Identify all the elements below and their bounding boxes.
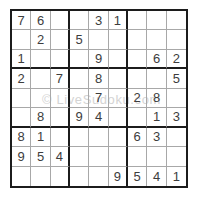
cell-r1c3-empty[interactable] <box>51 11 70 30</box>
cell-r3c2-empty[interactable] <box>31 50 50 69</box>
cell-r4c9-given[interactable]: 5 <box>167 69 186 88</box>
cell-r5c5-given[interactable]: 7 <box>89 89 108 108</box>
cell-r6c6-empty[interactable] <box>109 108 128 127</box>
cell-r2c3-empty[interactable] <box>51 30 70 49</box>
cell-r1c5-given[interactable]: 3 <box>89 11 108 30</box>
cell-r2c2-given[interactable]: 2 <box>31 30 50 49</box>
cell-r8c7-empty[interactable] <box>128 147 147 166</box>
cell-r9c2-empty[interactable] <box>31 167 50 186</box>
cell-r8c5-empty[interactable] <box>89 147 108 166</box>
cell-r4c4-empty[interactable] <box>70 69 89 88</box>
cell-r3c1-given[interactable]: 1 <box>12 50 31 69</box>
cell-r5c6-empty[interactable] <box>109 89 128 108</box>
cell-r9c6-given[interactable]: 9 <box>109 167 128 186</box>
cell-r2c6-empty[interactable] <box>109 30 128 49</box>
cell-r3c8-given[interactable]: 6 <box>147 50 166 69</box>
cell-r3c6-empty[interactable] <box>109 50 128 69</box>
cell-r5c3-empty[interactable] <box>51 89 70 108</box>
cell-r6c1-empty[interactable] <box>12 108 31 127</box>
sudoku-board: © LiveSudoku.com 76312519622785728894138… <box>10 9 188 188</box>
cell-r8c6-empty[interactable] <box>109 147 128 166</box>
cell-r7c7-given[interactable]: 6 <box>128 128 147 147</box>
cell-r6c8-given[interactable]: 1 <box>147 108 166 127</box>
cell-r3c9-given[interactable]: 2 <box>167 50 186 69</box>
cell-r9c1-empty[interactable] <box>12 167 31 186</box>
cell-r2c7-empty[interactable] <box>128 30 147 49</box>
cell-r6c4-given[interactable]: 9 <box>70 108 89 127</box>
cell-r9c7-given[interactable]: 5 <box>128 167 147 186</box>
cell-r3c5-given[interactable]: 9 <box>89 50 108 69</box>
cell-r5c9-empty[interactable] <box>167 89 186 108</box>
cell-r7c1-given[interactable]: 8 <box>12 128 31 147</box>
cell-r1c4-empty[interactable] <box>70 11 89 30</box>
cell-r1c2-given[interactable]: 6 <box>31 11 50 30</box>
cell-r6c5-given[interactable]: 4 <box>89 108 108 127</box>
cell-r8c2-given[interactable]: 5 <box>31 147 50 166</box>
cell-r5c2-empty[interactable] <box>31 89 50 108</box>
cell-r7c3-empty[interactable] <box>51 128 70 147</box>
cell-r9c5-empty[interactable] <box>89 167 108 186</box>
cell-r2c9-empty[interactable] <box>167 30 186 49</box>
cell-r8c3-given[interactable]: 4 <box>51 147 70 166</box>
cell-r1c6-given[interactable]: 1 <box>109 11 128 30</box>
cell-r3c7-empty[interactable] <box>128 50 147 69</box>
cell-r5c1-empty[interactable] <box>12 89 31 108</box>
cell-r1c7-empty[interactable] <box>128 11 147 30</box>
cell-r4c1-given[interactable]: 2 <box>12 69 31 88</box>
cell-r2c8-empty[interactable] <box>147 30 166 49</box>
cell-r8c8-empty[interactable] <box>147 147 166 166</box>
cell-r3c4-empty[interactable] <box>70 50 89 69</box>
cell-r4c5-given[interactable]: 8 <box>89 69 108 88</box>
cell-r9c8-given[interactable]: 4 <box>147 167 166 186</box>
cell-r4c8-empty[interactable] <box>147 69 166 88</box>
cell-r1c8-empty[interactable] <box>147 11 166 30</box>
cell-r1c9-empty[interactable] <box>167 11 186 30</box>
cell-r3c3-empty[interactable] <box>51 50 70 69</box>
cell-r7c4-empty[interactable] <box>70 128 89 147</box>
cell-r9c4-empty[interactable] <box>70 167 89 186</box>
cell-r9c3-empty[interactable] <box>51 167 70 186</box>
cell-r2c4-given[interactable]: 5 <box>70 30 89 49</box>
cell-r4c6-empty[interactable] <box>109 69 128 88</box>
cell-r6c9-given[interactable]: 3 <box>167 108 186 127</box>
cell-r7c8-given[interactable]: 3 <box>147 128 166 147</box>
cell-r6c2-given[interactable]: 8 <box>31 108 50 127</box>
cell-r4c3-given[interactable]: 7 <box>51 69 70 88</box>
cell-r5c4-empty[interactable] <box>70 89 89 108</box>
cell-r1c1-given[interactable]: 7 <box>12 11 31 30</box>
cell-r9c9-given[interactable]: 1 <box>167 167 186 186</box>
cell-r7c6-empty[interactable] <box>109 128 128 147</box>
cell-r5c8-given[interactable]: 8 <box>147 89 166 108</box>
cell-r4c7-empty[interactable] <box>128 69 147 88</box>
cell-r8c9-empty[interactable] <box>167 147 186 166</box>
sudoku-page: © LiveSudoku.com 76312519622785728894138… <box>0 0 200 200</box>
cell-r6c3-empty[interactable] <box>51 108 70 127</box>
cell-r4c2-empty[interactable] <box>31 69 50 88</box>
cell-r8c4-empty[interactable] <box>70 147 89 166</box>
cell-r8c1-given[interactable]: 9 <box>12 147 31 166</box>
cell-r6c7-empty[interactable] <box>128 108 147 127</box>
cell-r7c9-empty[interactable] <box>167 128 186 147</box>
cell-r5c7-given[interactable]: 2 <box>128 89 147 108</box>
cell-r7c2-given[interactable]: 1 <box>31 128 50 147</box>
cell-r2c1-empty[interactable] <box>12 30 31 49</box>
cell-r2c5-empty[interactable] <box>89 30 108 49</box>
cell-r7c5-empty[interactable] <box>89 128 108 147</box>
